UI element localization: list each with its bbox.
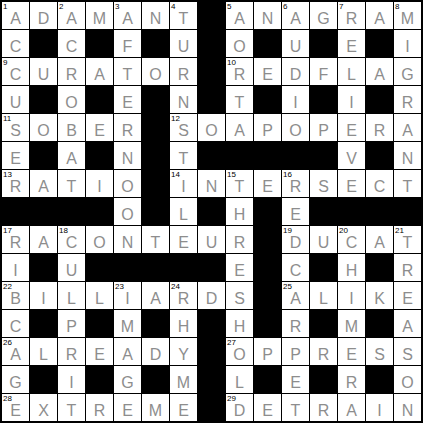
cell-11-10[interactable]: R [282,310,309,337]
cell-letter: R [366,123,393,139]
cell-letter: A [30,179,57,195]
cell-14-10[interactable]: T [282,394,309,421]
cell-3-2[interactable]: O [58,86,85,113]
cell-12-3[interactable]: E [86,338,113,365]
black-cell-4-5 [142,114,169,141]
cell-0-1[interactable]: D [30,2,57,29]
cell-letter: T [142,235,169,251]
cell-5-12[interactable]: V [338,142,365,169]
cell-10-14[interactable]: E [394,282,421,309]
black-cell-8-9 [254,226,281,253]
cell-letter: A [2,347,29,363]
cell-2-9[interactable]: E [254,58,281,85]
cell-13-12[interactable]: R [338,366,365,393]
black-cell-5-8 [226,142,253,169]
black-cell-9-4 [114,254,141,281]
cell-letter: E [226,263,253,279]
cell-3-10[interactable]: I [282,86,309,113]
cell-6-8[interactable]: 15T [226,170,253,197]
cell-0-12[interactable]: 7R [338,2,365,29]
cell-14-6[interactable]: E [170,394,197,421]
cell-10-1[interactable]: I [30,282,57,309]
cell-6-7[interactable]: N [198,170,225,197]
black-cell-1-7 [198,30,225,57]
cell-letter: A [366,67,393,83]
cell-letter: U [30,67,57,83]
cell-11-8[interactable]: H [226,310,253,337]
cell-letter: I [170,179,197,195]
cell-letter: M [114,319,141,335]
black-cell-7-0 [2,198,29,225]
cell-1-4[interactable]: F [114,30,141,57]
cell-8-2[interactable]: 18C [58,226,85,253]
cell-3-0[interactable]: U [2,86,29,113]
cell-12-4[interactable]: A [114,338,141,365]
cell-letter: N [394,151,421,167]
cell-14-9[interactable]: E [254,394,281,421]
cell-letter: L [86,291,113,307]
cell-letter: A [394,319,421,335]
cell-11-4[interactable]: M [114,310,141,337]
cell-letter: P [254,347,281,363]
cell-letter: A [338,403,365,419]
cell-letter: C [2,319,29,335]
black-cell-10-9 [254,282,281,309]
cell-0-5[interactable]: N [142,2,169,29]
cell-letter: I [86,179,113,195]
cell-8-6[interactable]: E [170,226,197,253]
cell-4-8[interactable]: A [226,114,253,141]
cell-8-1[interactable]: A [30,226,57,253]
cell-8-7[interactable]: U [198,226,225,253]
cell-8-8[interactable]: R [226,226,253,253]
cell-8-5[interactable]: T [142,226,169,253]
cell-letter: U [282,39,309,55]
cell-letter: C [58,235,85,251]
cell-8-0[interactable]: 17R [2,226,29,253]
cell-letter: E [170,403,197,419]
cell-letter: M [338,319,365,335]
cell-6-0[interactable]: 13R [2,170,29,197]
black-cell-3-3 [86,86,113,113]
cell-14-1[interactable]: X [30,394,57,421]
cell-4-9[interactable]: P [254,114,281,141]
black-cell-11-3 [86,310,113,337]
cell-letter: I [366,403,393,419]
cell-letter: L [226,375,253,391]
cell-2-5[interactable]: O [142,58,169,85]
clue-number: 8 [395,2,399,11]
black-cell-9-3 [86,254,113,281]
cell-letter: I [394,39,421,55]
cell-letter: L [310,291,337,307]
clue-number: 2 [59,2,63,11]
cell-letter: H [170,319,197,335]
cell-letter: R [338,375,365,391]
cell-12-1[interactable]: L [30,338,57,365]
black-cell-11-11 [310,310,337,337]
black-cell-12-7 [198,338,225,365]
cell-0-2[interactable]: 2A [58,2,85,29]
cell-letter: N [254,11,281,27]
cell-12-12[interactable]: E [338,338,365,365]
cell-9-2[interactable]: U [58,254,85,281]
cell-12-2[interactable]: R [58,338,85,365]
cell-letter: P [58,319,85,335]
cell-4-10[interactable]: O [282,114,309,141]
cell-letter: P [310,123,337,139]
cell-9-10[interactable]: C [282,254,309,281]
cell-letter: A [86,67,113,83]
cell-14-2[interactable]: T [58,394,85,421]
black-cell-13-11 [310,366,337,393]
cell-letter: G [394,67,421,83]
black-cell-11-5 [142,310,169,337]
cell-10-0[interactable]: 22B [2,282,29,309]
cell-0-13[interactable]: A [366,2,393,29]
cell-3-12[interactable]: I [338,86,365,113]
cell-1-14[interactable]: I [394,30,421,57]
cell-6-1[interactable]: A [30,170,57,197]
cell-1-12[interactable]: E [338,30,365,57]
cell-5-0[interactable]: E [2,142,29,169]
cell-letter: U [310,235,337,251]
cell-12-11[interactable]: R [310,338,337,365]
clue-number: 23 [115,282,124,291]
cell-7-8[interactable]: H [226,198,253,225]
cell-letter: E [338,179,365,195]
cell-10-13[interactable]: K [366,282,393,309]
cell-letter: R [310,403,337,419]
black-cell-1-1 [30,30,57,57]
cell-5-4[interactable]: N [114,142,141,169]
cell-6-12[interactable]: E [338,170,365,197]
cell-letter: E [114,403,141,419]
black-cell-3-5 [142,86,169,113]
cell-14-14[interactable]: N [394,394,421,421]
cell-9-0[interactable]: I [2,254,29,281]
cell-letter: U [58,263,85,279]
cell-5-6[interactable]: T [170,142,197,169]
cell-0-4[interactable]: 3A [114,2,141,29]
cell-10-10[interactable]: 25A [282,282,309,309]
cell-1-0[interactable]: C [2,30,29,57]
cell-1-8[interactable]: O [226,30,253,57]
cell-letter: E [254,67,281,83]
cell-12-8[interactable]: 27O [226,338,253,365]
cell-0-0[interactable]: 1A [2,2,29,29]
cell-11-2[interactable]: P [58,310,85,337]
cell-letter: P [254,123,281,139]
clue-number: 7 [339,2,343,11]
cell-letter: G [2,375,29,391]
cell-10-3[interactable]: L [86,282,113,309]
cell-letter: T [58,403,85,419]
black-cell-3-13 [366,86,393,113]
cell-letter: I [30,291,57,307]
cell-letter: U [170,39,197,55]
cell-14-13[interactable]: I [366,394,393,421]
cell-13-4[interactable]: G [114,366,141,393]
cell-letter: A [58,151,85,167]
cell-2-0[interactable]: 9C [2,58,29,85]
cell-3-6[interactable]: N [170,86,197,113]
cell-4-11[interactable]: P [310,114,337,141]
cell-7-6[interactable]: L [170,198,197,225]
cell-8-12[interactable]: 20C [338,226,365,253]
cell-8-10[interactable]: 19D [282,226,309,253]
cell-4-2[interactable]: B [58,114,85,141]
cell-letter: T [394,179,421,195]
cell-8-4[interactable]: N [114,226,141,253]
cell-8-13[interactable]: A [366,226,393,253]
cell-letter: E [254,403,281,419]
cell-10-4[interactable]: 23I [114,282,141,309]
cell-6-9[interactable]: E [254,170,281,197]
cell-letter: K [366,291,393,307]
cell-letter: B [58,123,85,139]
black-cell-5-11 [310,142,337,169]
black-cell-7-7 [198,198,225,225]
cell-4-3[interactable]: E [86,114,113,141]
cell-3-14[interactable]: R [394,86,421,113]
cell-6-11[interactable]: S [310,170,337,197]
cell-11-12[interactable]: M [338,310,365,337]
cell-5-14[interactable]: N [394,142,421,169]
cell-11-0[interactable]: C [2,310,29,337]
cell-10-5[interactable]: A [142,282,169,309]
black-cell-3-7 [198,86,225,113]
cell-letter: R [2,235,29,251]
cell-letter: L [58,291,85,307]
cell-12-9[interactable]: P [254,338,281,365]
cell-letter: E [282,207,309,223]
cell-10-11[interactable]: L [310,282,337,309]
cell-11-6[interactable]: H [170,310,197,337]
black-cell-13-3 [86,366,113,393]
cell-letter: N [170,95,197,111]
cell-2-14[interactable]: G [394,58,421,85]
cell-letter: C [2,67,29,83]
cell-3-4[interactable]: E [114,86,141,113]
cell-9-8[interactable]: E [226,254,253,281]
cell-8-11[interactable]: U [310,226,337,253]
cell-letter: D [30,11,57,27]
cell-14-3[interactable]: R [86,394,113,421]
cell-13-0[interactable]: G [2,366,29,393]
cell-2-12[interactable]: L [338,58,365,85]
cell-letter: A [114,347,141,363]
cell-0-8[interactable]: 5A [226,2,253,29]
black-cell-11-7 [198,310,225,337]
cell-10-6[interactable]: 24R [170,282,197,309]
cell-2-2[interactable]: R [58,58,85,85]
cell-2-3[interactable]: A [86,58,113,85]
cell-letter: O [394,375,421,391]
cell-14-8[interactable]: 29D [226,394,253,421]
cell-10-2[interactable]: L [58,282,85,309]
cell-14-4[interactable]: E [114,394,141,421]
cell-letter: F [114,39,141,55]
cell-11-14[interactable]: A [394,310,421,337]
cell-14-11[interactable]: R [310,394,337,421]
black-cell-7-9 [254,198,281,225]
cell-8-3[interactable]: O [86,226,113,253]
cell-13-8[interactable]: L [226,366,253,393]
black-cell-7-11 [310,198,337,225]
cell-2-4[interactable]: T [114,58,141,85]
cell-7-4[interactable]: O [114,198,141,225]
cell-letter: T [114,67,141,83]
black-cell-3-1 [30,86,57,113]
cell-14-12[interactable]: A [338,394,365,421]
cell-letter: L [170,207,197,223]
black-cell-1-9 [254,30,281,57]
cell-6-2[interactable]: T [58,170,85,197]
cell-4-14[interactable]: A [394,114,421,141]
cell-1-2[interactable]: C [58,30,85,57]
black-cell-11-13 [366,310,393,337]
cell-10-8[interactable]: S [226,282,253,309]
cell-letter: F [310,67,337,83]
cell-14-5[interactable]: M [142,394,169,421]
cell-letter: O [142,67,169,83]
black-cell-13-13 [366,366,393,393]
black-cell-6-5 [142,170,169,197]
cell-letter: L [338,67,365,83]
cell-6-13[interactable]: C [366,170,393,197]
cell-0-10[interactable]: 6A [282,2,309,29]
cell-7-10[interactable]: E [282,198,309,225]
cell-6-14[interactable]: T [394,170,421,197]
cell-letter: C [2,39,29,55]
cell-0-6[interactable]: 4T [170,2,197,29]
cell-13-10[interactable]: E [282,366,309,393]
cell-letter: X [30,403,57,419]
cell-13-6[interactable]: M [170,366,197,393]
cell-0-11[interactable]: G [310,2,337,29]
cell-letter: O [198,123,225,139]
cell-letter: R [170,291,197,307]
cell-letter: N [198,179,225,195]
cell-0-3[interactable]: M [86,2,113,29]
cell-1-10[interactable]: U [282,30,309,57]
cell-3-8[interactable]: T [226,86,253,113]
cell-4-7[interactable]: O [198,114,225,141]
cell-13-14[interactable]: O [394,366,421,393]
cell-letter: R [170,67,197,83]
black-cell-7-1 [30,198,57,225]
cell-8-14[interactable]: 21T [394,226,421,253]
black-cell-13-5 [142,366,169,393]
cell-letter: C [58,39,85,55]
cell-12-0[interactable]: 26A [2,338,29,365]
cell-6-4[interactable]: O [114,170,141,197]
cell-letter: O [226,39,253,55]
cell-6-6[interactable]: 14I [170,170,197,197]
black-cell-11-9 [254,310,281,337]
cell-0-9[interactable]: N [254,2,281,29]
cell-9-12[interactable]: H [338,254,365,281]
clue-number: 6 [283,2,287,11]
cell-letter: R [226,67,253,83]
black-cell-1-11 [310,30,337,57]
cell-2-1[interactable]: U [30,58,57,85]
black-cell-5-5 [142,142,169,169]
cell-6-10[interactable]: 16R [282,170,309,197]
crossword-grid: 1AD2AM3AN4T5AN6AG7RA8MCCFUOUEI9CURATOR10… [0,0,423,423]
cell-letter: R [226,235,253,251]
black-cell-0-7 [198,2,225,29]
cell-letter: I [58,375,85,391]
cell-letter: R [58,347,85,363]
cell-letter: T [394,235,421,251]
cell-10-7[interactable]: D [198,282,225,309]
cell-14-0[interactable]: 28E [2,394,29,421]
cell-letter: O [226,347,253,363]
cell-6-3[interactable]: I [86,170,113,197]
black-cell-5-9 [254,142,281,169]
cell-4-6[interactable]: 12S [170,114,197,141]
cell-letter: D [198,291,225,307]
cell-letter: E [338,39,365,55]
cell-letter: O [114,179,141,195]
cell-1-6[interactable]: U [170,30,197,57]
cell-13-2[interactable]: I [58,366,85,393]
clue-number: 9 [3,58,7,67]
cell-12-14[interactable]: S [394,338,421,365]
cell-4-4[interactable]: R [114,114,141,141]
cell-12-5[interactable]: D [142,338,169,365]
black-cell-1-13 [366,30,393,57]
cell-letter: R [58,67,85,83]
cell-2-6[interactable]: R [170,58,197,85]
cell-4-13[interactable]: R [366,114,393,141]
cell-12-6[interactable]: Y [170,338,197,365]
black-cell-9-7 [198,254,225,281]
cell-5-2[interactable]: A [58,142,85,169]
cell-letter: A [282,11,309,27]
cell-2-11[interactable]: F [310,58,337,85]
cell-letter: T [170,11,197,27]
cell-0-14[interactable]: 8M [394,2,421,29]
black-cell-5-3 [86,142,113,169]
cell-letter: T [226,95,253,111]
cell-4-12[interactable]: E [338,114,365,141]
black-cell-3-9 [254,86,281,113]
cell-2-10[interactable]: D [282,58,309,85]
cell-letter: A [2,11,29,27]
cell-10-12[interactable]: I [338,282,365,309]
cell-letter: O [30,123,57,139]
black-cell-7-5 [142,198,169,225]
cell-letter: A [226,123,253,139]
cell-4-0[interactable]: 11S [2,114,29,141]
clue-number: 4 [171,2,175,11]
cell-2-13[interactable]: A [366,58,393,85]
cell-4-1[interactable]: O [30,114,57,141]
black-cell-9-6 [170,254,197,281]
black-cell-13-7 [198,366,225,393]
cell-letter: S [2,123,29,139]
cell-12-13[interactable]: S [366,338,393,365]
black-cell-5-1 [30,142,57,169]
cell-letter: R [86,403,113,419]
cell-12-10[interactable]: P [282,338,309,365]
cell-letter: A [366,235,393,251]
cell-9-14[interactable]: R [394,254,421,281]
cell-2-8[interactable]: 10R [226,58,253,85]
